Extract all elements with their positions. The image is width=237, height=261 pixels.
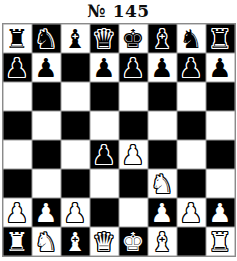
square-a4[interactable] xyxy=(3,140,32,169)
white-pawn: ♟ xyxy=(32,198,61,227)
square-e8[interactable]: ♚ xyxy=(119,24,148,53)
white-pawn: ♟ xyxy=(61,198,90,227)
square-f5[interactable] xyxy=(148,111,177,140)
square-f1[interactable]: ♝ xyxy=(148,227,177,256)
square-f7[interactable]: ♟ xyxy=(148,53,177,82)
square-e3[interactable] xyxy=(119,169,148,198)
square-g8[interactable]: ♞ xyxy=(177,24,206,53)
square-g4[interactable] xyxy=(177,140,206,169)
black-queen: ♛ xyxy=(90,24,119,53)
square-e7[interactable]: ♟ xyxy=(119,53,148,82)
square-b8[interactable]: ♞ xyxy=(32,24,61,53)
square-f4[interactable] xyxy=(148,140,177,169)
square-g1[interactable] xyxy=(177,227,206,256)
square-d7[interactable]: ♟ xyxy=(90,53,119,82)
square-g6[interactable] xyxy=(177,82,206,111)
black-king: ♚ xyxy=(119,24,148,53)
square-f8[interactable]: ♝ xyxy=(148,24,177,53)
black-pawn: ♟ xyxy=(3,53,32,82)
square-h1[interactable]: ♜ xyxy=(206,227,235,256)
square-e5[interactable] xyxy=(119,111,148,140)
square-b3[interactable] xyxy=(32,169,61,198)
black-pawn: ♟ xyxy=(177,53,206,82)
white-bishop: ♝ xyxy=(61,227,90,256)
square-h8[interactable]: ♜ xyxy=(206,24,235,53)
square-b5[interactable] xyxy=(32,111,61,140)
square-e6[interactable] xyxy=(119,82,148,111)
square-b6[interactable] xyxy=(32,82,61,111)
square-b2[interactable]: ♟ xyxy=(32,198,61,227)
square-g2[interactable]: ♟ xyxy=(177,198,206,227)
square-a5[interactable] xyxy=(3,111,32,140)
square-c8[interactable]: ♝ xyxy=(61,24,90,53)
square-c4[interactable] xyxy=(61,140,90,169)
white-bishop: ♝ xyxy=(148,227,177,256)
white-pawn: ♟ xyxy=(148,198,177,227)
square-d5[interactable] xyxy=(90,111,119,140)
square-c6[interactable] xyxy=(61,82,90,111)
black-rook: ♜ xyxy=(206,24,235,53)
square-h4[interactable] xyxy=(206,140,235,169)
white-king: ♚ xyxy=(119,227,148,256)
white-knight: ♞ xyxy=(32,227,61,256)
black-knight: ♞ xyxy=(177,24,206,53)
square-a1[interactable]: ♜ xyxy=(3,227,32,256)
diagram-title: № 145 xyxy=(0,0,237,22)
square-c7[interactable] xyxy=(61,53,90,82)
square-h7[interactable]: ♟ xyxy=(206,53,235,82)
square-c3[interactable] xyxy=(61,169,90,198)
square-a2[interactable]: ♟ xyxy=(3,198,32,227)
black-pawn: ♟ xyxy=(32,53,61,82)
black-bishop: ♝ xyxy=(148,24,177,53)
black-pawn: ♟ xyxy=(90,140,119,169)
square-d8[interactable]: ♛ xyxy=(90,24,119,53)
square-f3[interactable]: ♞ xyxy=(148,169,177,198)
square-b1[interactable]: ♞ xyxy=(32,227,61,256)
square-h5[interactable] xyxy=(206,111,235,140)
square-a6[interactable] xyxy=(3,82,32,111)
square-a3[interactable] xyxy=(3,169,32,198)
black-pawn: ♟ xyxy=(119,53,148,82)
square-h3[interactable] xyxy=(206,169,235,198)
black-rook: ♜ xyxy=(3,24,32,53)
square-d3[interactable] xyxy=(90,169,119,198)
square-c1[interactable]: ♝ xyxy=(61,227,90,256)
square-b4[interactable] xyxy=(32,140,61,169)
square-e4[interactable]: ♟ xyxy=(119,140,148,169)
square-g3[interactable] xyxy=(177,169,206,198)
white-pawn: ♟ xyxy=(177,198,206,227)
square-c2[interactable]: ♟ xyxy=(61,198,90,227)
white-rook: ♜ xyxy=(3,227,32,256)
black-pawn: ♟ xyxy=(148,53,177,82)
square-a8[interactable]: ♜ xyxy=(3,24,32,53)
square-d6[interactable] xyxy=(90,82,119,111)
square-d2[interactable] xyxy=(90,198,119,227)
white-pawn: ♟ xyxy=(3,198,32,227)
black-bishop: ♝ xyxy=(61,24,90,53)
square-d1[interactable]: ♛ xyxy=(90,227,119,256)
black-pawn: ♟ xyxy=(206,53,235,82)
square-h2[interactable]: ♟ xyxy=(206,198,235,227)
square-g5[interactable] xyxy=(177,111,206,140)
chess-diagram: № 145 ♜♞♝♛♚♝♞♜♟♟♟♟♟♟♟♟♟♞♟♟♟♟♟♟♜♞♝♛♚♝♜ xyxy=(0,0,237,261)
square-e1[interactable]: ♚ xyxy=(119,227,148,256)
square-b7[interactable]: ♟ xyxy=(32,53,61,82)
white-rook: ♜ xyxy=(206,227,235,256)
white-pawn: ♟ xyxy=(119,140,148,169)
square-a7[interactable]: ♟ xyxy=(3,53,32,82)
black-pawn: ♟ xyxy=(90,53,119,82)
square-c5[interactable] xyxy=(61,111,90,140)
square-d4[interactable]: ♟ xyxy=(90,140,119,169)
square-g7[interactable]: ♟ xyxy=(177,53,206,82)
square-f6[interactable] xyxy=(148,82,177,111)
white-queen: ♛ xyxy=(90,227,119,256)
square-e2[interactable] xyxy=(119,198,148,227)
square-h6[interactable] xyxy=(206,82,235,111)
white-pawn: ♟ xyxy=(206,198,235,227)
square-f2[interactable]: ♟ xyxy=(148,198,177,227)
chess-board: ♜♞♝♛♚♝♞♜♟♟♟♟♟♟♟♟♟♞♟♟♟♟♟♟♜♞♝♛♚♝♜ xyxy=(2,23,236,257)
white-knight: ♞ xyxy=(148,169,177,198)
black-knight: ♞ xyxy=(32,24,61,53)
